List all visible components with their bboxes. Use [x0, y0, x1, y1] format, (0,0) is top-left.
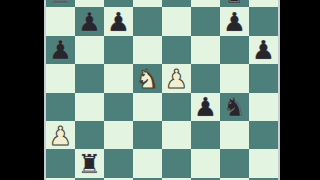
- piece-black-pawn-a6[interactable]: ♟: [49, 36, 72, 63]
- piece-black-rook-b2[interactable]: ♜: [78, 150, 101, 177]
- square-e3[interactable]: [162, 121, 191, 149]
- piece-white-pawn-e5[interactable]: ♟: [165, 65, 188, 92]
- square-a2[interactable]: [46, 149, 75, 177]
- piece-black-pawn-b7[interactable]: ♟: [78, 8, 101, 35]
- square-f1[interactable]: [191, 178, 220, 180]
- square-a6[interactable]: ♟: [46, 36, 75, 64]
- square-a1[interactable]: [46, 178, 75, 180]
- square-c3[interactable]: [104, 121, 133, 149]
- square-b4[interactable]: [75, 93, 104, 121]
- square-h7[interactable]: [249, 7, 278, 35]
- square-a3[interactable]: ♟: [46, 121, 75, 149]
- square-c1[interactable]: [104, 178, 133, 180]
- square-c5[interactable]: [104, 64, 133, 92]
- square-g4[interactable]: ♞: [220, 93, 249, 121]
- square-b1[interactable]: [75, 178, 104, 180]
- square-e7[interactable]: [162, 7, 191, 35]
- square-a7[interactable]: [46, 7, 75, 35]
- piece-black-king-g8[interactable]: ♚: [223, 0, 246, 7]
- square-g5[interactable]: [220, 64, 249, 92]
- square-g6[interactable]: [220, 36, 249, 64]
- square-d7[interactable]: [133, 7, 162, 35]
- square-d2[interactable]: [133, 149, 162, 177]
- square-e1[interactable]: [162, 178, 191, 180]
- piece-white-pawn-a3[interactable]: ♟: [49, 122, 72, 149]
- piece-black-pawn-g7[interactable]: ♟: [223, 8, 246, 35]
- piece-black-pawn-c7[interactable]: ♟: [107, 8, 130, 35]
- square-g2[interactable]: [220, 149, 249, 177]
- square-f5[interactable]: [191, 64, 220, 92]
- square-b7[interactable]: ♟: [75, 7, 104, 35]
- square-e8[interactable]: [162, 0, 191, 7]
- square-c4[interactable]: [104, 93, 133, 121]
- square-e4[interactable]: [162, 93, 191, 121]
- square-f4[interactable]: ♟: [191, 93, 220, 121]
- square-d4[interactable]: [133, 93, 162, 121]
- square-f6[interactable]: [191, 36, 220, 64]
- square-b6[interactable]: [75, 36, 104, 64]
- square-h3[interactable]: [249, 121, 278, 149]
- piece-black-rook-a8[interactable]: ♜: [49, 0, 72, 7]
- square-g7[interactable]: ♟: [220, 7, 249, 35]
- square-f3[interactable]: [191, 121, 220, 149]
- square-e5[interactable]: ♟: [162, 64, 191, 92]
- square-f8[interactable]: [191, 0, 220, 7]
- square-a8[interactable]: ♜: [46, 0, 75, 7]
- screenshot-canvas: ♜♚♟♟♟♟♟♞♟♟♞♟♜: [0, 0, 320, 180]
- square-h2[interactable]: [249, 149, 278, 177]
- square-f2[interactable]: [191, 149, 220, 177]
- square-g3[interactable]: [220, 121, 249, 149]
- piece-white-knight-d5[interactable]: ♞: [136, 65, 159, 92]
- square-b3[interactable]: [75, 121, 104, 149]
- piece-black-pawn-f4[interactable]: ♟: [194, 93, 217, 120]
- square-c7[interactable]: ♟: [104, 7, 133, 35]
- square-e2[interactable]: [162, 149, 191, 177]
- chess-board: ♜♚♟♟♟♟♟♞♟♟♞♟♜: [46, 0, 278, 180]
- square-h6[interactable]: ♟: [249, 36, 278, 64]
- square-h4[interactable]: [249, 93, 278, 121]
- square-g1[interactable]: [220, 178, 249, 180]
- square-h8[interactable]: [249, 0, 278, 7]
- square-b5[interactable]: [75, 64, 104, 92]
- square-f7[interactable]: [191, 7, 220, 35]
- square-a4[interactable]: [46, 93, 75, 121]
- square-h1[interactable]: [249, 178, 278, 180]
- square-c2[interactable]: [104, 149, 133, 177]
- square-d3[interactable]: [133, 121, 162, 149]
- square-d8[interactable]: [133, 0, 162, 7]
- square-d1[interactable]: [133, 178, 162, 180]
- square-b2[interactable]: ♜: [75, 149, 104, 177]
- chess-board-frame: ♜♚♟♟♟♟♟♞♟♟♞♟♜: [44, 0, 280, 180]
- square-a5[interactable]: [46, 64, 75, 92]
- square-c6[interactable]: [104, 36, 133, 64]
- square-d5[interactable]: ♞: [133, 64, 162, 92]
- square-h5[interactable]: [249, 64, 278, 92]
- square-d6[interactable]: [133, 36, 162, 64]
- square-e6[interactable]: [162, 36, 191, 64]
- piece-black-knight-g4[interactable]: ♞: [223, 93, 246, 120]
- piece-black-pawn-h6[interactable]: ♟: [252, 36, 275, 63]
